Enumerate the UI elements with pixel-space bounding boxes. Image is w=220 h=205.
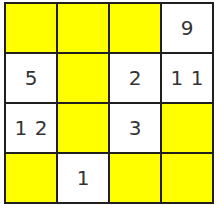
cell-value: 9 xyxy=(181,18,194,38)
cell-r4c3[interactable] xyxy=(110,154,160,202)
cell-r1c2[interactable] xyxy=(58,4,108,52)
cell-r1c4[interactable]: 9 xyxy=(162,4,212,52)
puzzle-board: 952111231 xyxy=(4,2,214,204)
cell-r2c4[interactable]: 11 xyxy=(162,54,212,102)
cell-r1c1[interactable] xyxy=(6,4,56,52)
cell-value: 12 xyxy=(7,118,55,138)
cell-r2c2[interactable] xyxy=(58,54,108,102)
cell-r4c2[interactable]: 1 xyxy=(58,154,108,202)
cell-value: 11 xyxy=(163,68,211,88)
cell-value: 1 xyxy=(77,168,90,188)
cell-value: 5 xyxy=(25,68,38,88)
cell-r3c2[interactable] xyxy=(58,104,108,152)
cell-r2c3[interactable]: 2 xyxy=(110,54,160,102)
cell-r2c1[interactable]: 5 xyxy=(6,54,56,102)
cell-r3c4[interactable] xyxy=(162,104,212,152)
cell-r3c3[interactable]: 3 xyxy=(110,104,160,152)
cell-value: 3 xyxy=(129,118,142,138)
cell-r3c1[interactable]: 12 xyxy=(6,104,56,152)
cell-r4c1[interactable] xyxy=(6,154,56,202)
cell-value: 2 xyxy=(129,68,142,88)
cell-r1c3[interactable] xyxy=(110,4,160,52)
cell-r4c4[interactable] xyxy=(162,154,212,202)
